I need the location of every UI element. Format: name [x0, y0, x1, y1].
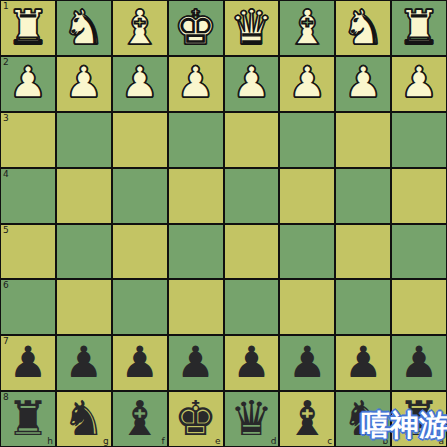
- square-a7[interactable]: ♟: [392, 336, 446, 390]
- square-d2[interactable]: ♟: [225, 57, 279, 111]
- square-g2[interactable]: ♟: [57, 57, 111, 111]
- square-c3[interactable]: [280, 113, 334, 167]
- square-c7[interactable]: ♟: [280, 336, 334, 390]
- square-f8[interactable]: ♝f: [113, 392, 167, 446]
- square-f5[interactable]: [113, 225, 167, 279]
- square-b8[interactable]: ♞b: [336, 392, 390, 446]
- file-label-b: b: [382, 436, 388, 446]
- chess-board: ♜1♞♝♚♛♝♞♜♟2♟♟♟♟♟♟♟3456♟7♟♟♟♟♟♟♟♜8h♞g♝f♚e…: [0, 0, 447, 447]
- piece-wP-a2[interactable]: ♟: [400, 61, 439, 104]
- square-a3[interactable]: [392, 113, 446, 167]
- square-g7[interactable]: ♟: [57, 336, 111, 390]
- piece-wK-e1[interactable]: ♚: [174, 3, 217, 51]
- square-a5[interactable]: [392, 225, 446, 279]
- square-b6[interactable]: [336, 280, 390, 334]
- piece-wB-f1[interactable]: ♝: [118, 3, 161, 51]
- piece-bP-b7[interactable]: ♟: [344, 341, 383, 384]
- square-a4[interactable]: [392, 169, 446, 223]
- square-h2[interactable]: ♟2: [1, 57, 55, 111]
- square-h1[interactable]: ♜1: [1, 1, 55, 55]
- square-a2[interactable]: ♟: [392, 57, 446, 111]
- square-h5[interactable]: 5: [1, 225, 55, 279]
- piece-bR-h8[interactable]: ♜: [6, 394, 49, 442]
- piece-bP-a7[interactable]: ♟: [400, 341, 439, 384]
- square-b1[interactable]: ♞: [336, 1, 390, 55]
- piece-wQ-d1[interactable]: ♛: [230, 3, 273, 51]
- square-f6[interactable]: [113, 280, 167, 334]
- square-f1[interactable]: ♝: [113, 1, 167, 55]
- square-g8[interactable]: ♞g: [57, 392, 111, 446]
- square-h7[interactable]: ♟7: [1, 336, 55, 390]
- square-c8[interactable]: ♝c: [280, 392, 334, 446]
- rank-label-8: 8: [3, 392, 9, 403]
- square-f7[interactable]: ♟: [113, 336, 167, 390]
- piece-bN-g8[interactable]: ♞: [62, 394, 105, 442]
- file-label-g: g: [103, 436, 109, 446]
- piece-wP-e2[interactable]: ♟: [176, 61, 215, 104]
- square-d5[interactable]: [225, 225, 279, 279]
- piece-bN-b8[interactable]: ♞: [342, 394, 385, 442]
- piece-wP-d2[interactable]: ♟: [232, 61, 271, 104]
- square-f4[interactable]: [113, 169, 167, 223]
- rank-label-3: 3: [3, 113, 9, 124]
- piece-bP-e7[interactable]: ♟: [176, 341, 215, 384]
- piece-bP-g7[interactable]: ♟: [65, 341, 104, 384]
- piece-bB-f8[interactable]: ♝: [118, 394, 161, 442]
- square-c4[interactable]: [280, 169, 334, 223]
- rank-label-2: 2: [3, 57, 9, 68]
- file-label-c: c: [327, 436, 332, 446]
- square-d4[interactable]: [225, 169, 279, 223]
- rank-label-1: 1: [3, 1, 9, 12]
- square-d6[interactable]: [225, 280, 279, 334]
- square-d1[interactable]: ♛: [225, 1, 279, 55]
- square-d8[interactable]: ♛d: [225, 392, 279, 446]
- square-c1[interactable]: ♝: [280, 1, 334, 55]
- square-g6[interactable]: [57, 280, 111, 334]
- piece-wR-a1[interactable]: ♜: [398, 3, 441, 51]
- square-g5[interactable]: [57, 225, 111, 279]
- chess-app-screenshot: ♜1♞♝♚♛♝♞♜♟2♟♟♟♟♟♟♟3456♟7♟♟♟♟♟♟♟♜8h♞g♝f♚e…: [0, 0, 447, 447]
- file-label-h: h: [47, 436, 53, 446]
- square-h6[interactable]: 6: [1, 280, 55, 334]
- square-b2[interactable]: ♟: [336, 57, 390, 111]
- square-c2[interactable]: ♟: [280, 57, 334, 111]
- piece-bP-f7[interactable]: ♟: [120, 341, 159, 384]
- piece-wP-f2[interactable]: ♟: [120, 61, 159, 104]
- piece-wP-h2[interactable]: ♟: [9, 61, 48, 104]
- rank-label-4: 4: [3, 169, 9, 180]
- square-h8[interactable]: ♜8h: [1, 392, 55, 446]
- square-c6[interactable]: [280, 280, 334, 334]
- square-d3[interactable]: [225, 113, 279, 167]
- piece-bB-c8[interactable]: ♝: [286, 394, 329, 442]
- square-c5[interactable]: [280, 225, 334, 279]
- square-a8[interactable]: ♜a: [392, 392, 446, 446]
- piece-wP-b2[interactable]: ♟: [344, 61, 383, 104]
- rank-label-7: 7: [3, 336, 9, 347]
- square-g4[interactable]: [57, 169, 111, 223]
- file-label-e: e: [215, 436, 221, 446]
- square-b4[interactable]: [336, 169, 390, 223]
- square-d7[interactable]: ♟: [225, 336, 279, 390]
- square-h3[interactable]: 3: [1, 113, 55, 167]
- square-e1[interactable]: ♚: [169, 1, 223, 55]
- rank-label-6: 6: [3, 280, 9, 291]
- square-e3[interactable]: [169, 113, 223, 167]
- piece-bP-c7[interactable]: ♟: [288, 341, 327, 384]
- square-e4[interactable]: [169, 169, 223, 223]
- square-b5[interactable]: [336, 225, 390, 279]
- square-g1[interactable]: ♞: [57, 1, 111, 55]
- piece-bP-d7[interactable]: ♟: [232, 341, 271, 384]
- square-e5[interactable]: [169, 225, 223, 279]
- square-e7[interactable]: ♟: [169, 336, 223, 390]
- piece-wN-b1[interactable]: ♞: [342, 3, 385, 51]
- square-f3[interactable]: [113, 113, 167, 167]
- square-a1[interactable]: ♜: [392, 1, 446, 55]
- square-b7[interactable]: ♟: [336, 336, 390, 390]
- square-e8[interactable]: ♚e: [169, 392, 223, 446]
- square-e2[interactable]: ♟: [169, 57, 223, 111]
- file-label-a: a: [438, 436, 444, 446]
- piece-wP-g2[interactable]: ♟: [65, 61, 104, 104]
- file-label-f: f: [161, 436, 164, 446]
- piece-wR-h1[interactable]: ♜: [6, 3, 49, 51]
- piece-bQ-d8[interactable]: ♛: [230, 394, 273, 442]
- square-b3[interactable]: [336, 113, 390, 167]
- square-f2[interactable]: ♟: [113, 57, 167, 111]
- square-a6[interactable]: [392, 280, 446, 334]
- piece-bP-h7[interactable]: ♟: [9, 341, 48, 384]
- piece-bR-a8[interactable]: ♜: [398, 394, 441, 442]
- rank-label-5: 5: [3, 225, 9, 236]
- square-e6[interactable]: [169, 280, 223, 334]
- piece-wN-g1[interactable]: ♞: [62, 3, 105, 51]
- square-g3[interactable]: [57, 113, 111, 167]
- piece-wP-c2[interactable]: ♟: [288, 61, 327, 104]
- piece-bK-e8[interactable]: ♚: [174, 394, 217, 442]
- square-h4[interactable]: 4: [1, 169, 55, 223]
- file-label-d: d: [271, 436, 277, 446]
- piece-wB-c1[interactable]: ♝: [286, 3, 329, 51]
